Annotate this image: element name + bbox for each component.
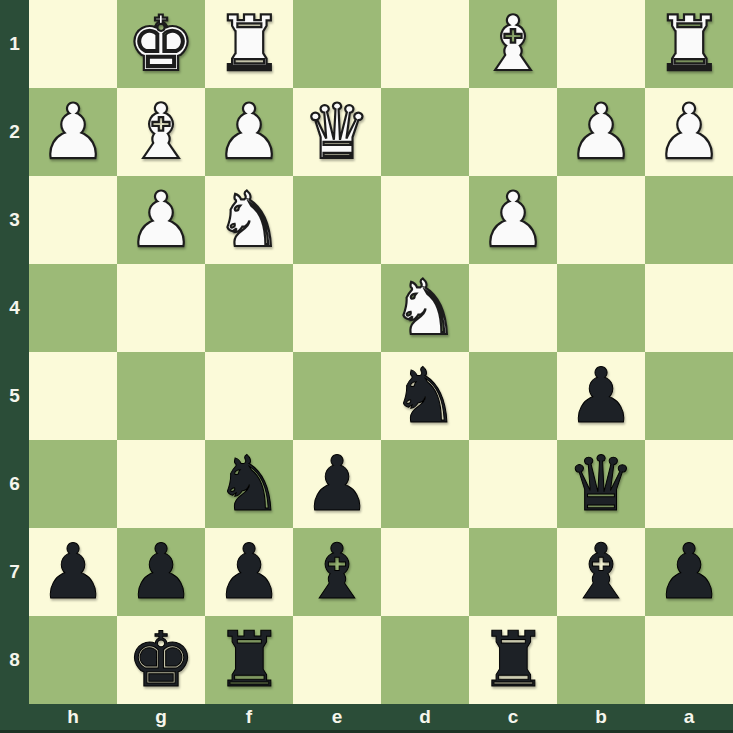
board-grid[interactable]: ♚♜♝♜♟♝♟♛♟♟♟♞♟♞♞♟♞♟♛♟♟♟♝♝♟♚♜♜ (29, 0, 733, 704)
square-e7[interactable]: ♝ (293, 528, 381, 616)
square-a4[interactable] (645, 264, 733, 352)
square-h5[interactable] (29, 352, 117, 440)
square-c4[interactable] (469, 264, 557, 352)
square-g4[interactable] (117, 264, 205, 352)
square-c3[interactable]: ♟ (469, 176, 557, 264)
file-label-h: h (29, 704, 117, 730)
white-king[interactable]: ♚ (117, 0, 205, 88)
square-d1[interactable] (381, 0, 469, 88)
black-king[interactable]: ♚ (117, 616, 205, 704)
black-pawn[interactable]: ♟ (557, 352, 645, 440)
black-pawn[interactable]: ♟ (293, 440, 381, 528)
rank-label-5: 5 (0, 352, 29, 440)
black-knight[interactable]: ♞ (381, 352, 469, 440)
square-a2[interactable]: ♟ (645, 88, 733, 176)
square-f2[interactable]: ♟ (205, 88, 293, 176)
square-g3[interactable]: ♟ (117, 176, 205, 264)
square-a8[interactable] (645, 616, 733, 704)
square-g8[interactable]: ♚ (117, 616, 205, 704)
rank-label-4: 4 (0, 264, 29, 352)
black-pawn[interactable]: ♟ (645, 528, 733, 616)
square-h8[interactable] (29, 616, 117, 704)
black-pawn[interactable]: ♟ (117, 528, 205, 616)
black-pawn[interactable]: ♟ (205, 528, 293, 616)
square-e2[interactable]: ♛ (293, 88, 381, 176)
chess-diagram: { "game": "chess", "orientation": "black… (0, 0, 733, 733)
square-g7[interactable]: ♟ (117, 528, 205, 616)
square-b6[interactable]: ♛ (557, 440, 645, 528)
black-pawn[interactable]: ♟ (29, 528, 117, 616)
white-pawn[interactable]: ♟ (29, 88, 117, 176)
square-b5[interactable]: ♟ (557, 352, 645, 440)
black-knight[interactable]: ♞ (205, 440, 293, 528)
square-f4[interactable] (205, 264, 293, 352)
white-pawn[interactable]: ♟ (645, 88, 733, 176)
white-queen[interactable]: ♛ (293, 88, 381, 176)
square-c6[interactable] (469, 440, 557, 528)
black-bishop[interactable]: ♝ (293, 528, 381, 616)
square-h1[interactable] (29, 0, 117, 88)
file-label-g: g (117, 704, 205, 730)
square-e6[interactable]: ♟ (293, 440, 381, 528)
square-e5[interactable] (293, 352, 381, 440)
square-f7[interactable]: ♟ (205, 528, 293, 616)
file-label-e: e (293, 704, 381, 730)
white-rook[interactable]: ♜ (645, 0, 733, 88)
rank-label-6: 6 (0, 440, 29, 528)
square-a5[interactable] (645, 352, 733, 440)
white-bishop[interactable]: ♝ (469, 0, 557, 88)
square-f1[interactable]: ♜ (205, 0, 293, 88)
square-d2[interactable] (381, 88, 469, 176)
square-e1[interactable] (293, 0, 381, 88)
black-rook[interactable]: ♜ (205, 616, 293, 704)
square-f5[interactable] (205, 352, 293, 440)
file-labels: hgfedcba (29, 704, 733, 733)
square-a1[interactable]: ♜ (645, 0, 733, 88)
square-d8[interactable] (381, 616, 469, 704)
square-a6[interactable] (645, 440, 733, 528)
square-d4[interactable]: ♞ (381, 264, 469, 352)
square-f3[interactable]: ♞ (205, 176, 293, 264)
square-h6[interactable] (29, 440, 117, 528)
white-pawn[interactable]: ♟ (117, 176, 205, 264)
square-c5[interactable] (469, 352, 557, 440)
square-c8[interactable]: ♜ (469, 616, 557, 704)
black-bishop[interactable]: ♝ (557, 528, 645, 616)
square-e3[interactable] (293, 176, 381, 264)
file-label-a: a (645, 704, 733, 730)
white-pawn[interactable]: ♟ (557, 88, 645, 176)
square-b4[interactable] (557, 264, 645, 352)
square-d3[interactable] (381, 176, 469, 264)
square-f8[interactable]: ♜ (205, 616, 293, 704)
rank-label-3: 3 (0, 176, 29, 264)
square-h3[interactable] (29, 176, 117, 264)
white-bishop[interactable]: ♝ (117, 88, 205, 176)
square-b1[interactable] (557, 0, 645, 88)
rank-label-2: 2 (0, 88, 29, 176)
square-c7[interactable] (469, 528, 557, 616)
square-a3[interactable] (645, 176, 733, 264)
square-b7[interactable]: ♝ (557, 528, 645, 616)
file-label-b: b (557, 704, 645, 730)
square-e8[interactable] (293, 616, 381, 704)
white-knight[interactable]: ♞ (205, 176, 293, 264)
square-d7[interactable] (381, 528, 469, 616)
square-g2[interactable]: ♝ (117, 88, 205, 176)
square-b8[interactable] (557, 616, 645, 704)
square-g1[interactable]: ♚ (117, 0, 205, 88)
square-b2[interactable]: ♟ (557, 88, 645, 176)
file-label-d: d (381, 704, 469, 730)
square-h2[interactable]: ♟ (29, 88, 117, 176)
black-queen[interactable]: ♛ (557, 440, 645, 528)
white-knight[interactable]: ♞ (381, 264, 469, 352)
rank-label-7: 7 (0, 528, 29, 616)
square-a7[interactable]: ♟ (645, 528, 733, 616)
square-c2[interactable] (469, 88, 557, 176)
square-e4[interactable] (293, 264, 381, 352)
square-h4[interactable] (29, 264, 117, 352)
rank-label-1: 1 (0, 0, 29, 88)
square-b3[interactable] (557, 176, 645, 264)
white-pawn[interactable]: ♟ (205, 88, 293, 176)
white-rook[interactable]: ♜ (205, 0, 293, 88)
file-label-c: c (469, 704, 557, 730)
square-f6[interactable]: ♞ (205, 440, 293, 528)
square-d6[interactable] (381, 440, 469, 528)
rank-label-8: 8 (0, 616, 29, 704)
white-pawn[interactable]: ♟ (469, 176, 557, 264)
file-label-f: f (205, 704, 293, 730)
black-rook[interactable]: ♜ (469, 616, 557, 704)
square-h7[interactable]: ♟ (29, 528, 117, 616)
square-d5[interactable]: ♞ (381, 352, 469, 440)
square-c1[interactable]: ♝ (469, 0, 557, 88)
rank-labels: 12345678 (0, 0, 29, 704)
square-g6[interactable] (117, 440, 205, 528)
square-g5[interactable] (117, 352, 205, 440)
